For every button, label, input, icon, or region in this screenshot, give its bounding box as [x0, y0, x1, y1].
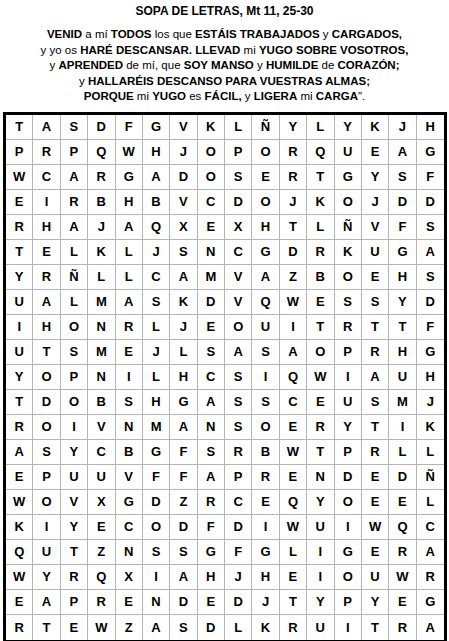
- grid-cell-r15c6[interactable]: F: [143, 465, 170, 490]
- grid-cell-r16c5[interactable]: G: [116, 490, 143, 515]
- grid-cell-r6c2[interactable]: E: [33, 240, 60, 265]
- grid-cell-r21c8[interactable]: D: [198, 615, 225, 640]
- grid-cell-r19c16[interactable]: R: [417, 565, 444, 590]
- grid-cell-r7c10[interactable]: A: [252, 265, 279, 290]
- grid-cell-r7c13[interactable]: O: [335, 265, 362, 290]
- grid-cell-r6c6[interactable]: J: [143, 240, 170, 265]
- grid-cell-r20c10[interactable]: J: [252, 590, 279, 615]
- grid-cell-r6c13[interactable]: K: [335, 240, 362, 265]
- grid-cell-r1c4[interactable]: D: [88, 115, 115, 140]
- grid-cell-r14c10[interactable]: B: [252, 440, 279, 465]
- grid-cell-r12c15[interactable]: M: [389, 390, 416, 415]
- grid-cell-r6c7[interactable]: S: [170, 240, 197, 265]
- grid-cell-r13c10[interactable]: O: [252, 415, 279, 440]
- grid-cell-r3c16[interactable]: F: [417, 165, 444, 190]
- grid-cell-r16c2[interactable]: O: [33, 490, 60, 515]
- grid-cell-r18c16[interactable]: A: [417, 540, 444, 565]
- grid-cell-r18c2[interactable]: U: [33, 540, 60, 565]
- grid-cell-r19c6[interactable]: I: [143, 565, 170, 590]
- grid-cell-r9c7[interactable]: J: [170, 315, 197, 340]
- grid-cell-r17c7[interactable]: D: [170, 515, 197, 540]
- grid-cell-r8c13[interactable]: S: [335, 290, 362, 315]
- grid-cell-r20c5[interactable]: E: [116, 590, 143, 615]
- grid-cell-r11c8[interactable]: C: [198, 365, 225, 390]
- grid-cell-r4c9[interactable]: D: [225, 190, 252, 215]
- grid-cell-r13c9[interactable]: S: [225, 415, 252, 440]
- grid-cell-r13c6[interactable]: M: [143, 415, 170, 440]
- grid-cell-r16c8[interactable]: R: [198, 490, 225, 515]
- grid-cell-r14c12[interactable]: T: [307, 440, 334, 465]
- grid-cell-r7c4[interactable]: L: [88, 265, 115, 290]
- grid-cell-r19c15[interactable]: W: [389, 565, 416, 590]
- grid-cell-r16c9[interactable]: C: [225, 490, 252, 515]
- grid-cell-r19c11[interactable]: E: [280, 565, 307, 590]
- grid-cell-r11c11[interactable]: Q: [280, 365, 307, 390]
- grid-cell-r5c10[interactable]: H: [252, 215, 279, 240]
- grid-cell-r1c14[interactable]: K: [362, 115, 389, 140]
- grid-cell-r1c12[interactable]: L: [307, 115, 334, 140]
- grid-cell-r18c10[interactable]: G: [252, 540, 279, 565]
- grid-cell-r20c11[interactable]: T: [280, 590, 307, 615]
- grid-cell-r21c10[interactable]: K: [252, 615, 279, 640]
- grid-cell-r4c8[interactable]: C: [198, 190, 225, 215]
- grid-cell-r7c8[interactable]: M: [198, 265, 225, 290]
- grid-cell-r12c8[interactable]: A: [198, 390, 225, 415]
- grid-cell-r11c5[interactable]: I: [116, 365, 143, 390]
- grid-cell-r15c3[interactable]: U: [61, 465, 88, 490]
- grid-cell-r20c2[interactable]: A: [33, 590, 60, 615]
- grid-cell-r17c12[interactable]: U: [307, 515, 334, 540]
- grid-cell-r4c11[interactable]: J: [280, 190, 307, 215]
- grid-cell-r13c1[interactable]: R: [6, 415, 33, 440]
- grid-cell-r21c11[interactable]: R: [280, 615, 307, 640]
- grid-cell-r9c16[interactable]: F: [417, 315, 444, 340]
- grid-cell-r7c1[interactable]: Y: [6, 265, 33, 290]
- grid-cell-r13c7[interactable]: A: [170, 415, 197, 440]
- grid-cell-r1c7[interactable]: V: [170, 115, 197, 140]
- grid-cell-r17c5[interactable]: C: [116, 515, 143, 540]
- grid-cell-r20c14[interactable]: Y: [362, 590, 389, 615]
- grid-cell-r18c6[interactable]: S: [143, 540, 170, 565]
- grid-cell-r7c9[interactable]: V: [225, 265, 252, 290]
- grid-cell-r11c13[interactable]: I: [335, 365, 362, 390]
- grid-cell-r7c6[interactable]: C: [143, 265, 170, 290]
- grid-cell-r17c15[interactable]: Q: [389, 515, 416, 540]
- grid-cell-r16c14[interactable]: E: [362, 490, 389, 515]
- grid-cell-r1c13[interactable]: Y: [335, 115, 362, 140]
- grid-cell-r16c16[interactable]: L: [417, 490, 444, 515]
- grid-cell-r13c4[interactable]: V: [88, 415, 115, 440]
- grid-cell-r8c1[interactable]: U: [6, 290, 33, 315]
- grid-cell-r7c2[interactable]: R: [33, 265, 60, 290]
- grid-cell-r5c15[interactable]: F: [389, 215, 416, 240]
- grid-cell-r18c15[interactable]: R: [389, 540, 416, 565]
- grid-cell-r9c14[interactable]: T: [362, 315, 389, 340]
- grid-cell-r7c15[interactable]: H: [389, 265, 416, 290]
- grid-cell-r15c13[interactable]: D: [335, 465, 362, 490]
- grid-cell-r19c7[interactable]: A: [170, 565, 197, 590]
- grid-cell-r14c3[interactable]: Y: [61, 440, 88, 465]
- grid-cell-r5c3[interactable]: A: [61, 215, 88, 240]
- grid-cell-r16c12[interactable]: Y: [307, 490, 334, 515]
- grid-cell-r16c11[interactable]: Q: [280, 490, 307, 515]
- grid-cell-r18c4[interactable]: Z: [88, 540, 115, 565]
- grid-cell-r14c4[interactable]: C: [88, 440, 115, 465]
- grid-cell-r2c13[interactable]: U: [335, 140, 362, 165]
- grid-cell-r19c5[interactable]: X: [116, 565, 143, 590]
- grid-cell-r3c15[interactable]: S: [389, 165, 416, 190]
- grid-cell-r3c6[interactable]: A: [143, 165, 170, 190]
- grid-cell-r15c8[interactable]: A: [198, 465, 225, 490]
- grid-cell-r9c15[interactable]: T: [389, 315, 416, 340]
- grid-cell-r19c14[interactable]: U: [362, 565, 389, 590]
- grid-cell-r10c3[interactable]: S: [61, 340, 88, 365]
- grid-cell-r15c10[interactable]: R: [252, 465, 279, 490]
- grid-cell-r10c5[interactable]: E: [116, 340, 143, 365]
- grid-cell-r12c1[interactable]: T: [6, 390, 33, 415]
- grid-cell-r7c11[interactable]: Z: [280, 265, 307, 290]
- grid-cell-r11c2[interactable]: O: [33, 365, 60, 390]
- grid-cell-r21c3[interactable]: E: [61, 615, 88, 640]
- grid-cell-r13c15[interactable]: I: [389, 415, 416, 440]
- grid-cell-r21c7[interactable]: S: [170, 615, 197, 640]
- grid-cell-r19c2[interactable]: Y: [33, 565, 60, 590]
- grid-cell-r15c16[interactable]: Ñ: [417, 465, 444, 490]
- grid-cell-r14c2[interactable]: S: [33, 440, 60, 465]
- grid-cell-r11c15[interactable]: U: [389, 365, 416, 390]
- grid-cell-r13c2[interactable]: O: [33, 415, 60, 440]
- grid-cell-r9c6[interactable]: L: [143, 315, 170, 340]
- grid-cell-r10c9[interactable]: A: [225, 340, 252, 365]
- grid-cell-r11c1[interactable]: Y: [6, 365, 33, 390]
- grid-cell-r5c14[interactable]: V: [362, 215, 389, 240]
- grid-cell-r16c10[interactable]: E: [252, 490, 279, 515]
- grid-cell-r14c13[interactable]: P: [335, 440, 362, 465]
- grid-cell-r10c2[interactable]: T: [33, 340, 60, 365]
- grid-cell-r10c10[interactable]: S: [252, 340, 279, 365]
- grid-cell-r12c9[interactable]: S: [225, 390, 252, 415]
- grid-cell-r21c4[interactable]: W: [88, 615, 115, 640]
- grid-cell-r8c14[interactable]: S: [362, 290, 389, 315]
- grid-cell-r3c7[interactable]: D: [170, 165, 197, 190]
- grid-cell-r7c14[interactable]: E: [362, 265, 389, 290]
- grid-cell-r8c11[interactable]: W: [280, 290, 307, 315]
- grid-cell-r9c8[interactable]: E: [198, 315, 225, 340]
- grid-cell-r17c2[interactable]: I: [33, 515, 60, 540]
- grid-cell-r3c2[interactable]: C: [33, 165, 60, 190]
- grid-cell-r8c2[interactable]: A: [33, 290, 60, 315]
- grid-cell-r15c7[interactable]: F: [170, 465, 197, 490]
- grid-cell-r18c3[interactable]: T: [61, 540, 88, 565]
- grid-cell-r14c5[interactable]: B: [116, 440, 143, 465]
- grid-cell-r10c4[interactable]: M: [88, 340, 115, 365]
- grid-cell-r15c15[interactable]: D: [389, 465, 416, 490]
- grid-cell-r11c16[interactable]: H: [417, 365, 444, 390]
- grid-cell-r9c2[interactable]: H: [33, 315, 60, 340]
- grid-cell-r12c6[interactable]: H: [143, 390, 170, 415]
- grid-cell-r13c16[interactable]: K: [417, 415, 444, 440]
- grid-cell-r10c14[interactable]: R: [362, 340, 389, 365]
- grid-cell-r7c3[interactable]: Ñ: [61, 265, 88, 290]
- grid-cell-r16c6[interactable]: D: [143, 490, 170, 515]
- grid-cell-r20c6[interactable]: N: [143, 590, 170, 615]
- grid-cell-r2c3[interactable]: P: [61, 140, 88, 165]
- grid-cell-r17c3[interactable]: Y: [61, 515, 88, 540]
- grid-cell-r19c8[interactable]: H: [198, 565, 225, 590]
- grid-cell-r12c2[interactable]: D: [33, 390, 60, 415]
- grid-cell-r21c16[interactable]: A: [417, 615, 444, 640]
- grid-cell-r4c4[interactable]: B: [88, 190, 115, 215]
- grid-cell-r16c13[interactable]: O: [335, 490, 362, 515]
- grid-cell-r11c14[interactable]: A: [362, 365, 389, 390]
- grid-cell-r4c15[interactable]: D: [389, 190, 416, 215]
- grid-cell-r5c5[interactable]: A: [116, 215, 143, 240]
- grid-cell-r13c5[interactable]: N: [116, 415, 143, 440]
- grid-cell-r6c3[interactable]: L: [61, 240, 88, 265]
- grid-cell-r9c13[interactable]: R: [335, 315, 362, 340]
- grid-cell-r5c8[interactable]: E: [198, 215, 225, 240]
- grid-cell-r15c4[interactable]: U: [88, 465, 115, 490]
- grid-cell-r2c8[interactable]: O: [198, 140, 225, 165]
- grid-cell-r17c11[interactable]: W: [280, 515, 307, 540]
- grid-cell-r3c14[interactable]: Y: [362, 165, 389, 190]
- grid-cell-r2c16[interactable]: G: [417, 140, 444, 165]
- grid-cell-r10c6[interactable]: J: [143, 340, 170, 365]
- grid-cell-r18c13[interactable]: G: [335, 540, 362, 565]
- grid-cell-r20c3[interactable]: P: [61, 590, 88, 615]
- grid-cell-r7c16[interactable]: S: [417, 265, 444, 290]
- grid-cell-r10c1[interactable]: U: [6, 340, 33, 365]
- grid-cell-r10c8[interactable]: S: [198, 340, 225, 365]
- grid-cell-r12c13[interactable]: U: [335, 390, 362, 415]
- grid-cell-r11c4[interactable]: N: [88, 365, 115, 390]
- grid-cell-r7c7[interactable]: A: [170, 265, 197, 290]
- grid-cell-r18c7[interactable]: S: [170, 540, 197, 565]
- grid-cell-r2c1[interactable]: P: [6, 140, 33, 165]
- grid-cell-r13c12[interactable]: R: [307, 415, 334, 440]
- grid-cell-r3c1[interactable]: W: [6, 165, 33, 190]
- grid-cell-r21c2[interactable]: T: [33, 615, 60, 640]
- grid-cell-r1c1[interactable]: T: [6, 115, 33, 140]
- grid-cell-r16c7[interactable]: Z: [170, 490, 197, 515]
- grid-cell-r12c7[interactable]: G: [170, 390, 197, 415]
- grid-cell-r9c3[interactable]: O: [61, 315, 88, 340]
- grid-cell-r10c12[interactable]: O: [307, 340, 334, 365]
- grid-cell-r3c12[interactable]: T: [307, 165, 334, 190]
- grid-cell-r18c8[interactable]: G: [198, 540, 225, 565]
- grid-cell-r18c9[interactable]: F: [225, 540, 252, 565]
- grid-cell-r12c10[interactable]: S: [252, 390, 279, 415]
- grid-cell-r13c3[interactable]: I: [61, 415, 88, 440]
- grid-cell-r6c15[interactable]: G: [389, 240, 416, 265]
- grid-cell-r8c3[interactable]: L: [61, 290, 88, 315]
- grid-cell-r3c13[interactable]: G: [335, 165, 362, 190]
- grid-cell-r14c8[interactable]: S: [198, 440, 225, 465]
- grid-cell-r2c12[interactable]: Q: [307, 140, 334, 165]
- grid-cell-r3c8[interactable]: O: [198, 165, 225, 190]
- grid-cell-r19c3[interactable]: R: [61, 565, 88, 590]
- grid-cell-r5c4[interactable]: J: [88, 215, 115, 240]
- grid-cell-r2c2[interactable]: R: [33, 140, 60, 165]
- grid-cell-r1c11[interactable]: Y: [280, 115, 307, 140]
- grid-cell-r9c9[interactable]: O: [225, 315, 252, 340]
- grid-cell-r17c13[interactable]: I: [335, 515, 362, 540]
- grid-cell-r9c5[interactable]: R: [116, 315, 143, 340]
- grid-cell-r21c6[interactable]: A: [143, 615, 170, 640]
- grid-cell-r6c5[interactable]: L: [116, 240, 143, 265]
- grid-cell-r8c12[interactable]: E: [307, 290, 334, 315]
- grid-cell-r8c7[interactable]: K: [170, 290, 197, 315]
- grid-cell-r1c16[interactable]: H: [417, 115, 444, 140]
- grid-cell-r5c11[interactable]: T: [280, 215, 307, 240]
- grid-cell-r17c16[interactable]: C: [417, 515, 444, 540]
- grid-cell-r9c4[interactable]: N: [88, 315, 115, 340]
- grid-cell-r14c11[interactable]: W: [280, 440, 307, 465]
- grid-cell-r20c7[interactable]: D: [170, 590, 197, 615]
- grid-cell-r14c14[interactable]: R: [362, 440, 389, 465]
- grid-cell-r13c14[interactable]: T: [362, 415, 389, 440]
- grid-cell-r19c4[interactable]: Q: [88, 565, 115, 590]
- grid-cell-r16c15[interactable]: E: [389, 490, 416, 515]
- grid-cell-r15c11[interactable]: E: [280, 465, 307, 490]
- grid-cell-r10c7[interactable]: L: [170, 340, 197, 365]
- grid-cell-r1c2[interactable]: A: [33, 115, 60, 140]
- grid-cell-r15c5[interactable]: V: [116, 465, 143, 490]
- grid-cell-r3c11[interactable]: R: [280, 165, 307, 190]
- grid-cell-r8c16[interactable]: D: [417, 290, 444, 315]
- grid-cell-r19c12[interactable]: I: [307, 565, 334, 590]
- grid-cell-r20c9[interactable]: D: [225, 590, 252, 615]
- grid-cell-r7c12[interactable]: B: [307, 265, 334, 290]
- grid-cell-r5c16[interactable]: S: [417, 215, 444, 240]
- grid-cell-r21c1[interactable]: R: [6, 615, 33, 640]
- grid-cell-r4c14[interactable]: J: [362, 190, 389, 215]
- grid-cell-r20c16[interactable]: G: [417, 590, 444, 615]
- grid-cell-r10c16[interactable]: G: [417, 340, 444, 365]
- grid-cell-r8c15[interactable]: Y: [389, 290, 416, 315]
- grid-cell-r1c6[interactable]: G: [143, 115, 170, 140]
- grid-cell-r17c6[interactable]: O: [143, 515, 170, 540]
- grid-cell-r21c9[interactable]: L: [225, 615, 252, 640]
- grid-cell-r5c2[interactable]: H: [33, 215, 60, 240]
- grid-cell-r4c5[interactable]: H: [116, 190, 143, 215]
- grid-cell-r20c13[interactable]: P: [335, 590, 362, 615]
- grid-cell-r11c9[interactable]: S: [225, 365, 252, 390]
- grid-cell-r6c14[interactable]: U: [362, 240, 389, 265]
- grid-cell-r1c9[interactable]: L: [225, 115, 252, 140]
- grid-cell-r1c3[interactable]: S: [61, 115, 88, 140]
- grid-cell-r9c11[interactable]: I: [280, 315, 307, 340]
- grid-cell-r4c16[interactable]: D: [417, 190, 444, 215]
- grid-cell-r10c13[interactable]: P: [335, 340, 362, 365]
- grid-cell-r11c10[interactable]: I: [252, 365, 279, 390]
- grid-cell-r12c16[interactable]: J: [417, 390, 444, 415]
- grid-cell-r3c4[interactable]: R: [88, 165, 115, 190]
- grid-cell-r15c2[interactable]: P: [33, 465, 60, 490]
- grid-cell-r15c9[interactable]: P: [225, 465, 252, 490]
- grid-cell-r8c9[interactable]: V: [225, 290, 252, 315]
- grid-cell-r12c12[interactable]: E: [307, 390, 334, 415]
- grid-cell-r19c13[interactable]: O: [335, 565, 362, 590]
- grid-cell-r3c10[interactable]: E: [252, 165, 279, 190]
- grid-cell-r2c15[interactable]: A: [389, 140, 416, 165]
- grid-cell-r20c8[interactable]: E: [198, 590, 225, 615]
- grid-cell-r5c12[interactable]: L: [307, 215, 334, 240]
- grid-cell-r2c5[interactable]: W: [116, 140, 143, 165]
- grid-cell-r4c10[interactable]: O: [252, 190, 279, 215]
- grid-cell-r1c10[interactable]: Ñ: [252, 115, 279, 140]
- grid-cell-r18c5[interactable]: N: [116, 540, 143, 565]
- grid-cell-r4c13[interactable]: O: [335, 190, 362, 215]
- grid-cell-r16c4[interactable]: X: [88, 490, 115, 515]
- grid-cell-r19c10[interactable]: H: [252, 565, 279, 590]
- grid-cell-r5c13[interactable]: Ñ: [335, 215, 362, 240]
- grid-cell-r14c7[interactable]: F: [170, 440, 197, 465]
- grid-cell-r8c4[interactable]: M: [88, 290, 115, 315]
- grid-cell-r2c11[interactable]: R: [280, 140, 307, 165]
- grid-cell-r11c6[interactable]: L: [143, 365, 170, 390]
- grid-cell-r21c15[interactable]: R: [389, 615, 416, 640]
- grid-cell-r13c8[interactable]: N: [198, 415, 225, 440]
- grid-cell-r3c5[interactable]: G: [116, 165, 143, 190]
- grid-cell-r14c16[interactable]: L: [417, 440, 444, 465]
- grid-cell-r6c9[interactable]: C: [225, 240, 252, 265]
- grid-cell-r14c1[interactable]: A: [6, 440, 33, 465]
- grid-cell-r12c5[interactable]: S: [116, 390, 143, 415]
- grid-cell-r2c7[interactable]: J: [170, 140, 197, 165]
- grid-cell-r14c15[interactable]: L: [389, 440, 416, 465]
- grid-cell-r7c5[interactable]: L: [116, 265, 143, 290]
- grid-cell-r12c3[interactable]: O: [61, 390, 88, 415]
- grid-cell-r2c10[interactable]: O: [252, 140, 279, 165]
- grid-cell-r20c12[interactable]: Y: [307, 590, 334, 615]
- grid-cell-r4c2[interactable]: I: [33, 190, 60, 215]
- grid-cell-r6c10[interactable]: G: [252, 240, 279, 265]
- grid-cell-r4c1[interactable]: E: [6, 190, 33, 215]
- grid-cell-r9c12[interactable]: T: [307, 315, 334, 340]
- grid-cell-r2c9[interactable]: P: [225, 140, 252, 165]
- grid-cell-r5c6[interactable]: Q: [143, 215, 170, 240]
- grid-cell-r13c13[interactable]: Y: [335, 415, 362, 440]
- grid-cell-r18c12[interactable]: I: [307, 540, 334, 565]
- grid-cell-r19c1[interactable]: W: [6, 565, 33, 590]
- grid-cell-r21c13[interactable]: I: [335, 615, 362, 640]
- grid-cell-r4c6[interactable]: B: [143, 190, 170, 215]
- grid-cell-r20c4[interactable]: R: [88, 590, 115, 615]
- grid-cell-r5c7[interactable]: X: [170, 215, 197, 240]
- grid-cell-r18c11[interactable]: L: [280, 540, 307, 565]
- grid-cell-r20c1[interactable]: E: [6, 590, 33, 615]
- grid-cell-r21c12[interactable]: U: [307, 615, 334, 640]
- grid-cell-r12c4[interactable]: B: [88, 390, 115, 415]
- grid-cell-r6c11[interactable]: D: [280, 240, 307, 265]
- grid-cell-r12c11[interactable]: C: [280, 390, 307, 415]
- grid-cell-r17c9[interactable]: D: [225, 515, 252, 540]
- grid-cell-r9c1[interactable]: I: [6, 315, 33, 340]
- grid-cell-r3c3[interactable]: A: [61, 165, 88, 190]
- grid-cell-r21c5[interactable]: Z: [116, 615, 143, 640]
- grid-cell-r1c15[interactable]: J: [389, 115, 416, 140]
- grid-cell-r14c9[interactable]: R: [225, 440, 252, 465]
- grid-cell-r11c7[interactable]: H: [170, 365, 197, 390]
- grid-cell-r6c1[interactable]: T: [6, 240, 33, 265]
- grid-cell-r6c16[interactable]: A: [417, 240, 444, 265]
- grid-cell-r10c15[interactable]: H: [389, 340, 416, 365]
- grid-cell-r12c14[interactable]: S: [362, 390, 389, 415]
- grid-cell-r16c1[interactable]: W: [6, 490, 33, 515]
- grid-cell-r18c14[interactable]: E: [362, 540, 389, 565]
- grid-cell-r13c11[interactable]: E: [280, 415, 307, 440]
